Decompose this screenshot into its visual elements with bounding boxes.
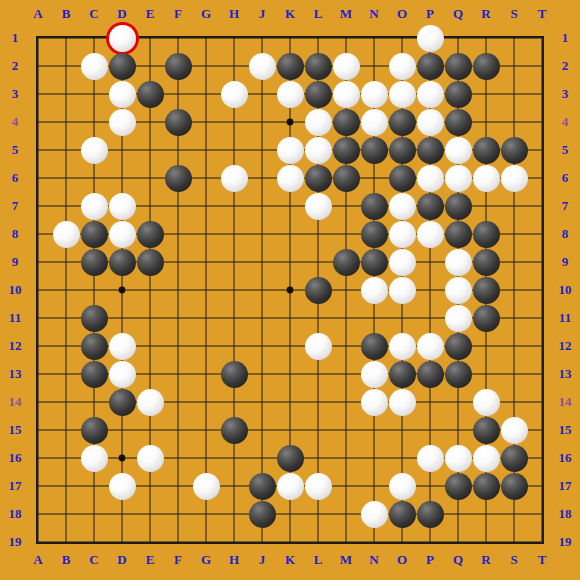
- point-O13[interactable]: [388, 360, 416, 388]
- point-P14[interactable]: [416, 388, 444, 416]
- point-R9[interactable]: [472, 248, 500, 276]
- point-Q18[interactable]: [444, 500, 472, 528]
- black-stone-Q4[interactable]: [445, 109, 472, 136]
- black-stone-N8[interactable]: [361, 221, 388, 248]
- white-stone-M2[interactable]: [333, 53, 360, 80]
- point-L11[interactable]: [304, 304, 332, 332]
- black-stone-E3[interactable]: [137, 81, 164, 108]
- point-O9[interactable]: [388, 248, 416, 276]
- white-stone-O14[interactable]: [389, 389, 416, 416]
- black-stone-O13[interactable]: [389, 361, 416, 388]
- point-D10[interactable]: [108, 276, 136, 304]
- point-H6[interactable]: [220, 164, 248, 192]
- point-T7[interactable]: [528, 192, 556, 220]
- point-L9[interactable]: [304, 248, 332, 276]
- white-stone-L4[interactable]: [305, 109, 332, 136]
- point-D17[interactable]: [108, 472, 136, 500]
- white-stone-C7[interactable]: [81, 193, 108, 220]
- point-N18[interactable]: [360, 500, 388, 528]
- white-stone-H6[interactable]: [221, 165, 248, 192]
- point-C14[interactable]: [80, 388, 108, 416]
- point-Q1[interactable]: [444, 24, 472, 52]
- white-stone-P4[interactable]: [417, 109, 444, 136]
- point-H10[interactable]: [220, 276, 248, 304]
- point-N12[interactable]: [360, 332, 388, 360]
- point-H17[interactable]: [220, 472, 248, 500]
- point-K9[interactable]: [276, 248, 304, 276]
- point-Q6[interactable]: [444, 164, 472, 192]
- point-S1[interactable]: [500, 24, 528, 52]
- black-stone-P5[interactable]: [417, 137, 444, 164]
- point-A11[interactable]: [24, 304, 52, 332]
- black-stone-P2[interactable]: [417, 53, 444, 80]
- point-N11[interactable]: [360, 304, 388, 332]
- point-P11[interactable]: [416, 304, 444, 332]
- point-Q15[interactable]: [444, 416, 472, 444]
- black-stone-D9[interactable]: [109, 249, 136, 276]
- point-K16[interactable]: [276, 444, 304, 472]
- point-H16[interactable]: [220, 444, 248, 472]
- point-S9[interactable]: [500, 248, 528, 276]
- point-N7[interactable]: [360, 192, 388, 220]
- point-E11[interactable]: [136, 304, 164, 332]
- point-C4[interactable]: [80, 108, 108, 136]
- point-H18[interactable]: [220, 500, 248, 528]
- point-Q13[interactable]: [444, 360, 472, 388]
- point-O5[interactable]: [388, 136, 416, 164]
- point-A6[interactable]: [24, 164, 52, 192]
- white-stone-N13[interactable]: [361, 361, 388, 388]
- point-P13[interactable]: [416, 360, 444, 388]
- black-stone-C9[interactable]: [81, 249, 108, 276]
- point-F3[interactable]: [164, 80, 192, 108]
- point-G9[interactable]: [192, 248, 220, 276]
- point-C9[interactable]: [80, 248, 108, 276]
- go-board[interactable]: ABCDEFGHJKLMNOPQRST ABCDEFGHJKLMNOPQRST …: [0, 0, 580, 580]
- point-C15[interactable]: [80, 416, 108, 444]
- point-A18[interactable]: [24, 500, 52, 528]
- point-K14[interactable]: [276, 388, 304, 416]
- point-Q16[interactable]: [444, 444, 472, 472]
- point-H7[interactable]: [220, 192, 248, 220]
- point-B13[interactable]: [52, 360, 80, 388]
- point-M18[interactable]: [332, 500, 360, 528]
- point-J12[interactable]: [248, 332, 276, 360]
- point-T9[interactable]: [528, 248, 556, 276]
- point-L19[interactable]: [304, 528, 332, 556]
- point-T2[interactable]: [528, 52, 556, 80]
- point-R3[interactable]: [472, 80, 500, 108]
- point-G8[interactable]: [192, 220, 220, 248]
- point-C12[interactable]: [80, 332, 108, 360]
- white-stone-K5[interactable]: [277, 137, 304, 164]
- point-N15[interactable]: [360, 416, 388, 444]
- point-D16[interactable]: [108, 444, 136, 472]
- point-A10[interactable]: [24, 276, 52, 304]
- white-stone-L7[interactable]: [305, 193, 332, 220]
- black-stone-O5[interactable]: [389, 137, 416, 164]
- point-K3[interactable]: [276, 80, 304, 108]
- black-stone-S16[interactable]: [501, 445, 528, 472]
- point-F5[interactable]: [164, 136, 192, 164]
- white-stone-K17[interactable]: [277, 473, 304, 500]
- black-stone-R10[interactable]: [473, 277, 500, 304]
- point-S10[interactable]: [500, 276, 528, 304]
- point-A17[interactable]: [24, 472, 52, 500]
- point-M16[interactable]: [332, 444, 360, 472]
- point-F16[interactable]: [164, 444, 192, 472]
- point-G5[interactable]: [192, 136, 220, 164]
- point-T4[interactable]: [528, 108, 556, 136]
- point-M19[interactable]: [332, 528, 360, 556]
- point-A2[interactable]: [24, 52, 52, 80]
- point-Q5[interactable]: [444, 136, 472, 164]
- point-J9[interactable]: [248, 248, 276, 276]
- point-N1[interactable]: [360, 24, 388, 52]
- point-B18[interactable]: [52, 500, 80, 528]
- point-D4[interactable]: [108, 108, 136, 136]
- white-stone-O8[interactable]: [389, 221, 416, 248]
- point-G12[interactable]: [192, 332, 220, 360]
- point-J17[interactable]: [248, 472, 276, 500]
- white-stone-O2[interactable]: [389, 53, 416, 80]
- point-Q9[interactable]: [444, 248, 472, 276]
- point-R1[interactable]: [472, 24, 500, 52]
- white-stone-Q10[interactable]: [445, 277, 472, 304]
- point-A12[interactable]: [24, 332, 52, 360]
- point-N8[interactable]: [360, 220, 388, 248]
- white-stone-H3[interactable]: [221, 81, 248, 108]
- point-R17[interactable]: [472, 472, 500, 500]
- point-G14[interactable]: [192, 388, 220, 416]
- black-stone-J18[interactable]: [249, 501, 276, 528]
- point-L17[interactable]: [304, 472, 332, 500]
- point-P7[interactable]: [416, 192, 444, 220]
- point-P2[interactable]: [416, 52, 444, 80]
- white-stone-P6[interactable]: [417, 165, 444, 192]
- point-B12[interactable]: [52, 332, 80, 360]
- point-B14[interactable]: [52, 388, 80, 416]
- point-H5[interactable]: [220, 136, 248, 164]
- white-stone-N18[interactable]: [361, 501, 388, 528]
- black-stone-H13[interactable]: [221, 361, 248, 388]
- point-N14[interactable]: [360, 388, 388, 416]
- point-E15[interactable]: [136, 416, 164, 444]
- black-stone-M4[interactable]: [333, 109, 360, 136]
- point-L13[interactable]: [304, 360, 332, 388]
- black-stone-S17[interactable]: [501, 473, 528, 500]
- point-F10[interactable]: [164, 276, 192, 304]
- black-stone-M9[interactable]: [333, 249, 360, 276]
- point-K15[interactable]: [276, 416, 304, 444]
- point-B3[interactable]: [52, 80, 80, 108]
- point-C16[interactable]: [80, 444, 108, 472]
- white-stone-P3[interactable]: [417, 81, 444, 108]
- point-E9[interactable]: [136, 248, 164, 276]
- white-stone-N10[interactable]: [361, 277, 388, 304]
- point-P10[interactable]: [416, 276, 444, 304]
- point-A16[interactable]: [24, 444, 52, 472]
- point-F4[interactable]: [164, 108, 192, 136]
- point-D12[interactable]: [108, 332, 136, 360]
- black-stone-R17[interactable]: [473, 473, 500, 500]
- point-O6[interactable]: [388, 164, 416, 192]
- point-L7[interactable]: [304, 192, 332, 220]
- point-F15[interactable]: [164, 416, 192, 444]
- point-K7[interactable]: [276, 192, 304, 220]
- point-K10[interactable]: [276, 276, 304, 304]
- point-R2[interactable]: [472, 52, 500, 80]
- point-S5[interactable]: [500, 136, 528, 164]
- black-stone-R2[interactable]: [473, 53, 500, 80]
- point-C17[interactable]: [80, 472, 108, 500]
- point-K1[interactable]: [276, 24, 304, 52]
- point-F13[interactable]: [164, 360, 192, 388]
- point-T14[interactable]: [528, 388, 556, 416]
- point-M12[interactable]: [332, 332, 360, 360]
- black-stone-R8[interactable]: [473, 221, 500, 248]
- black-stone-J17[interactable]: [249, 473, 276, 500]
- point-P18[interactable]: [416, 500, 444, 528]
- white-stone-E14[interactable]: [137, 389, 164, 416]
- white-stone-O3[interactable]: [389, 81, 416, 108]
- point-R15[interactable]: [472, 416, 500, 444]
- point-O1[interactable]: [388, 24, 416, 52]
- point-F1[interactable]: [164, 24, 192, 52]
- white-stone-D3[interactable]: [109, 81, 136, 108]
- black-stone-P13[interactable]: [417, 361, 444, 388]
- point-K11[interactable]: [276, 304, 304, 332]
- white-stone-K6[interactable]: [277, 165, 304, 192]
- white-stone-N14[interactable]: [361, 389, 388, 416]
- point-L10[interactable]: [304, 276, 332, 304]
- point-E12[interactable]: [136, 332, 164, 360]
- point-C10[interactable]: [80, 276, 108, 304]
- white-stone-C5[interactable]: [81, 137, 108, 164]
- point-P15[interactable]: [416, 416, 444, 444]
- point-Q17[interactable]: [444, 472, 472, 500]
- point-N16[interactable]: [360, 444, 388, 472]
- white-stone-R16[interactable]: [473, 445, 500, 472]
- point-Q7[interactable]: [444, 192, 472, 220]
- point-J4[interactable]: [248, 108, 276, 136]
- point-O7[interactable]: [388, 192, 416, 220]
- point-F12[interactable]: [164, 332, 192, 360]
- point-G7[interactable]: [192, 192, 220, 220]
- point-D5[interactable]: [108, 136, 136, 164]
- point-P16[interactable]: [416, 444, 444, 472]
- point-A13[interactable]: [24, 360, 52, 388]
- point-C18[interactable]: [80, 500, 108, 528]
- black-stone-N7[interactable]: [361, 193, 388, 220]
- point-D1[interactable]: [108, 24, 136, 52]
- black-stone-E9[interactable]: [137, 249, 164, 276]
- point-O19[interactable]: [388, 528, 416, 556]
- black-stone-M6[interactable]: [333, 165, 360, 192]
- point-F8[interactable]: [164, 220, 192, 248]
- point-H14[interactable]: [220, 388, 248, 416]
- point-D14[interactable]: [108, 388, 136, 416]
- point-G19[interactable]: [192, 528, 220, 556]
- point-C8[interactable]: [80, 220, 108, 248]
- point-M6[interactable]: [332, 164, 360, 192]
- point-R19[interactable]: [472, 528, 500, 556]
- point-L6[interactable]: [304, 164, 332, 192]
- white-stone-D4[interactable]: [109, 109, 136, 136]
- point-A19[interactable]: [24, 528, 52, 556]
- white-stone-Q11[interactable]: [445, 305, 472, 332]
- black-stone-Q2[interactable]: [445, 53, 472, 80]
- black-stone-M5[interactable]: [333, 137, 360, 164]
- point-E6[interactable]: [136, 164, 164, 192]
- point-O17[interactable]: [388, 472, 416, 500]
- point-O16[interactable]: [388, 444, 416, 472]
- white-stone-L5[interactable]: [305, 137, 332, 164]
- point-G2[interactable]: [192, 52, 220, 80]
- white-stone-O12[interactable]: [389, 333, 416, 360]
- point-N4[interactable]: [360, 108, 388, 136]
- black-stone-K2[interactable]: [277, 53, 304, 80]
- point-A8[interactable]: [24, 220, 52, 248]
- point-O15[interactable]: [388, 416, 416, 444]
- point-B7[interactable]: [52, 192, 80, 220]
- point-O10[interactable]: [388, 276, 416, 304]
- black-stone-Q8[interactable]: [445, 221, 472, 248]
- point-P8[interactable]: [416, 220, 444, 248]
- point-E7[interactable]: [136, 192, 164, 220]
- point-H13[interactable]: [220, 360, 248, 388]
- black-stone-Q12[interactable]: [445, 333, 472, 360]
- point-G18[interactable]: [192, 500, 220, 528]
- point-L1[interactable]: [304, 24, 332, 52]
- point-L16[interactable]: [304, 444, 332, 472]
- black-stone-L3[interactable]: [305, 81, 332, 108]
- stones-layer[interactable]: [24, 24, 556, 556]
- point-T11[interactable]: [528, 304, 556, 332]
- point-C11[interactable]: [80, 304, 108, 332]
- point-R12[interactable]: [472, 332, 500, 360]
- point-T18[interactable]: [528, 500, 556, 528]
- point-T13[interactable]: [528, 360, 556, 388]
- white-stone-P1[interactable]: [417, 25, 444, 52]
- white-stone-L12[interactable]: [305, 333, 332, 360]
- point-J15[interactable]: [248, 416, 276, 444]
- point-E2[interactable]: [136, 52, 164, 80]
- point-C13[interactable]: [80, 360, 108, 388]
- point-J14[interactable]: [248, 388, 276, 416]
- point-F19[interactable]: [164, 528, 192, 556]
- point-K13[interactable]: [276, 360, 304, 388]
- point-C19[interactable]: [80, 528, 108, 556]
- black-stone-Q3[interactable]: [445, 81, 472, 108]
- point-R4[interactable]: [472, 108, 500, 136]
- point-K2[interactable]: [276, 52, 304, 80]
- point-E8[interactable]: [136, 220, 164, 248]
- white-stone-N4[interactable]: [361, 109, 388, 136]
- point-K17[interactable]: [276, 472, 304, 500]
- point-F18[interactable]: [164, 500, 192, 528]
- point-F14[interactable]: [164, 388, 192, 416]
- point-D18[interactable]: [108, 500, 136, 528]
- point-L18[interactable]: [304, 500, 332, 528]
- point-F17[interactable]: [164, 472, 192, 500]
- point-H8[interactable]: [220, 220, 248, 248]
- point-L12[interactable]: [304, 332, 332, 360]
- point-K12[interactable]: [276, 332, 304, 360]
- point-J10[interactable]: [248, 276, 276, 304]
- black-stone-Q17[interactable]: [445, 473, 472, 500]
- point-N19[interactable]: [360, 528, 388, 556]
- point-A3[interactable]: [24, 80, 52, 108]
- point-A1[interactable]: [24, 24, 52, 52]
- point-M7[interactable]: [332, 192, 360, 220]
- point-A9[interactable]: [24, 248, 52, 276]
- point-M2[interactable]: [332, 52, 360, 80]
- point-S8[interactable]: [500, 220, 528, 248]
- point-G3[interactable]: [192, 80, 220, 108]
- black-stone-C12[interactable]: [81, 333, 108, 360]
- point-P1[interactable]: [416, 24, 444, 52]
- point-P3[interactable]: [416, 80, 444, 108]
- point-E16[interactable]: [136, 444, 164, 472]
- point-T16[interactable]: [528, 444, 556, 472]
- point-E18[interactable]: [136, 500, 164, 528]
- point-B5[interactable]: [52, 136, 80, 164]
- point-C1[interactable]: [80, 24, 108, 52]
- white-stone-D8[interactable]: [109, 221, 136, 248]
- point-J6[interactable]: [248, 164, 276, 192]
- point-G11[interactable]: [192, 304, 220, 332]
- black-stone-C8[interactable]: [81, 221, 108, 248]
- black-stone-L10[interactable]: [305, 277, 332, 304]
- point-K5[interactable]: [276, 136, 304, 164]
- point-J2[interactable]: [248, 52, 276, 80]
- point-P12[interactable]: [416, 332, 444, 360]
- point-K4[interactable]: [276, 108, 304, 136]
- point-A7[interactable]: [24, 192, 52, 220]
- point-S14[interactable]: [500, 388, 528, 416]
- black-stone-O18[interactable]: [389, 501, 416, 528]
- point-O8[interactable]: [388, 220, 416, 248]
- point-J1[interactable]: [248, 24, 276, 52]
- point-C5[interactable]: [80, 136, 108, 164]
- white-stone-G17[interactable]: [193, 473, 220, 500]
- point-J3[interactable]: [248, 80, 276, 108]
- point-P6[interactable]: [416, 164, 444, 192]
- white-stone-Q6[interactable]: [445, 165, 472, 192]
- point-R7[interactable]: [472, 192, 500, 220]
- point-H1[interactable]: [220, 24, 248, 52]
- point-J11[interactable]: [248, 304, 276, 332]
- white-stone-D13[interactable]: [109, 361, 136, 388]
- white-stone-P16[interactable]: [417, 445, 444, 472]
- point-F7[interactable]: [164, 192, 192, 220]
- point-D19[interactable]: [108, 528, 136, 556]
- point-J8[interactable]: [248, 220, 276, 248]
- black-stone-N5[interactable]: [361, 137, 388, 164]
- point-B2[interactable]: [52, 52, 80, 80]
- point-L5[interactable]: [304, 136, 332, 164]
- point-Q12[interactable]: [444, 332, 472, 360]
- point-R11[interactable]: [472, 304, 500, 332]
- point-P9[interactable]: [416, 248, 444, 276]
- point-E4[interactable]: [136, 108, 164, 136]
- black-stone-C15[interactable]: [81, 417, 108, 444]
- point-R5[interactable]: [472, 136, 500, 164]
- point-K6[interactable]: [276, 164, 304, 192]
- point-C2[interactable]: [80, 52, 108, 80]
- point-M15[interactable]: [332, 416, 360, 444]
